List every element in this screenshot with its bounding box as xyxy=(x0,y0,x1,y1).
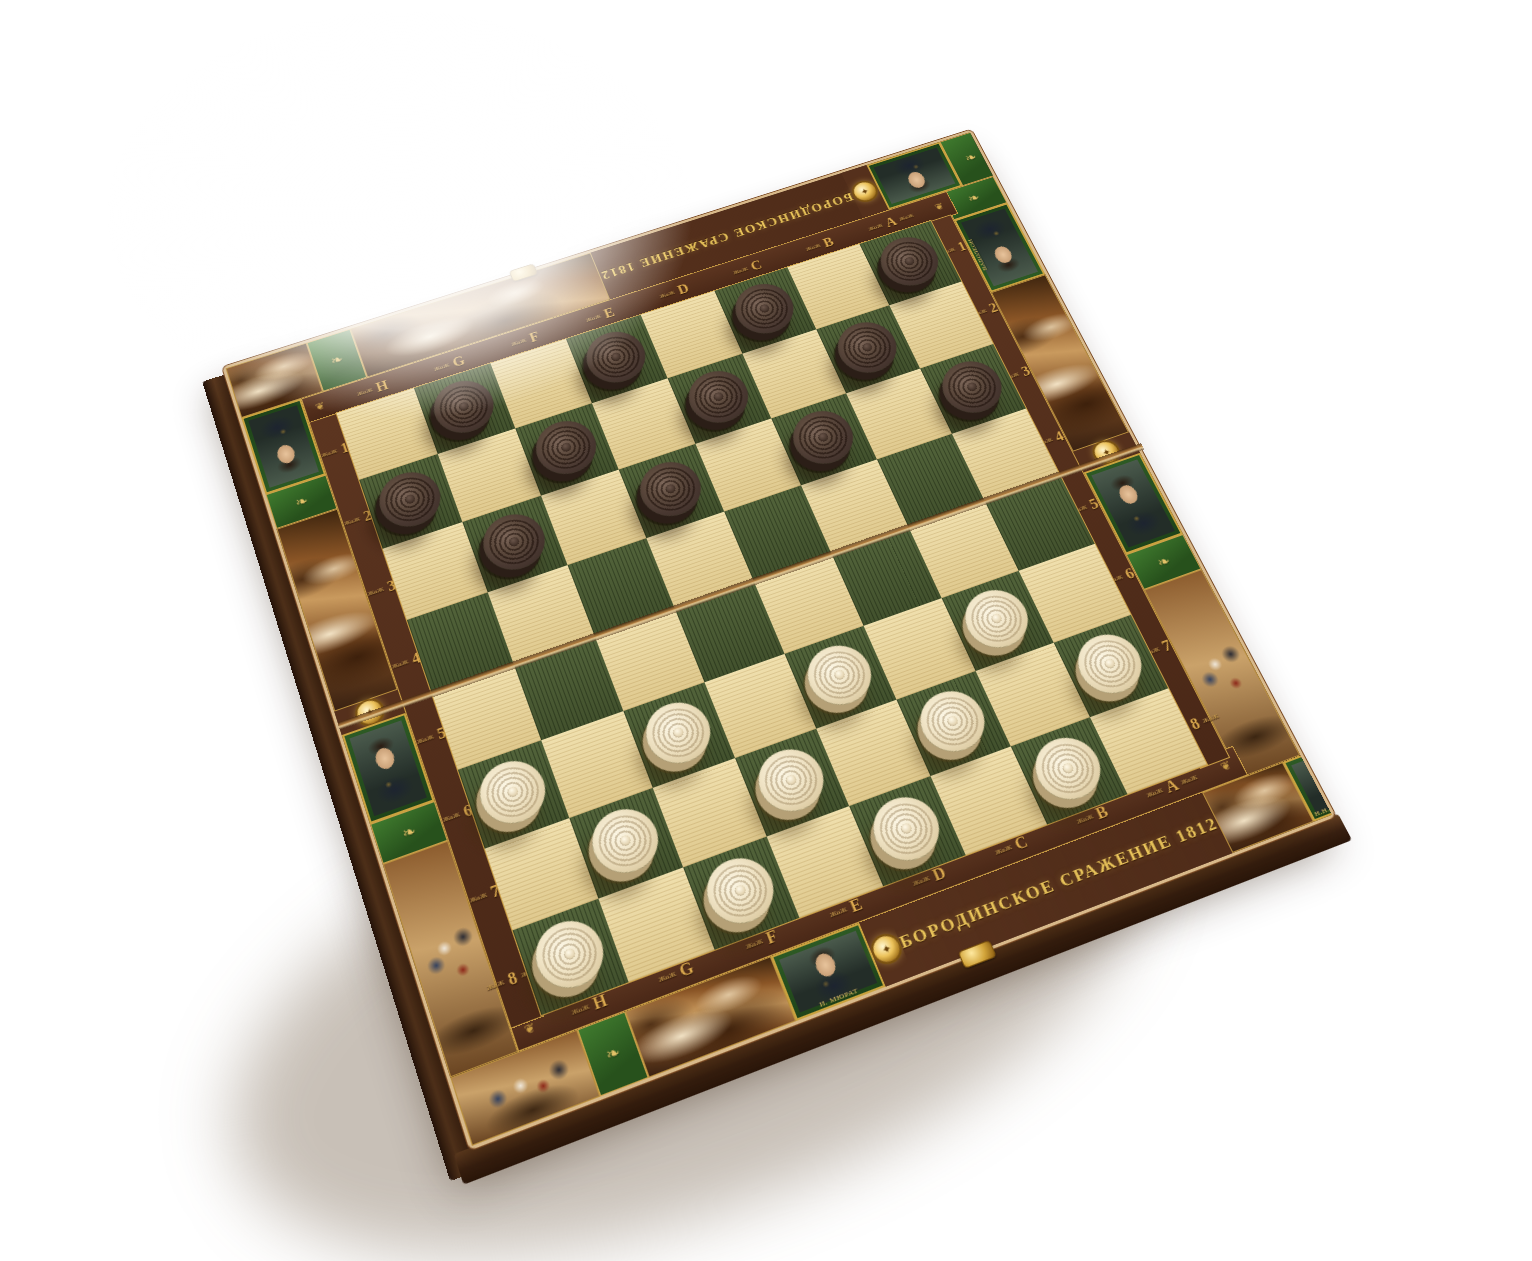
ornament-icon: ЖоЖ xyxy=(320,447,338,459)
ornament-icon: ЖоЖ xyxy=(1075,812,1095,826)
dark-piece-f2[interactable] xyxy=(528,414,604,482)
dark-piece-e3[interactable] xyxy=(632,454,710,524)
ornament-icon: ЖоЖ xyxy=(659,289,676,300)
ornament-icon: ЖоЖ xyxy=(744,937,764,951)
dark-piece-a3[interactable] xyxy=(933,354,1011,420)
white-piece-d8[interactable] xyxy=(863,788,949,869)
dark-piece-e1[interactable] xyxy=(579,325,654,390)
white-piece-c7[interactable] xyxy=(911,683,995,760)
ornament-icon: ЖоЖ xyxy=(510,337,527,348)
dark-piece-a1[interactable] xyxy=(872,230,947,292)
ornament-icon: ЖоЖ xyxy=(416,733,435,746)
ornament-icon: ЖоЖ xyxy=(1179,773,1199,786)
ornament-icon: ЖоЖ xyxy=(911,874,931,888)
ornament-icon: ЖоЖ xyxy=(366,585,385,597)
white-piece-h6[interactable] xyxy=(472,752,554,832)
dark-piece-d2[interactable] xyxy=(680,364,756,431)
white-piece-d6[interactable] xyxy=(798,637,881,713)
ornament-icon: ЖоЖ xyxy=(828,905,848,919)
ornament-icon: ЖоЖ xyxy=(732,265,749,276)
ornament-icon: ЖоЖ xyxy=(433,362,451,373)
ornament-icon: ЖоЖ xyxy=(657,969,677,984)
ornament-icon: ЖоЖ xyxy=(468,891,488,905)
ornament-icon: ЖоЖ xyxy=(570,1002,590,1017)
dark-piece-h2[interactable] xyxy=(372,465,448,535)
ornament-icon: ЖоЖ xyxy=(1145,786,1165,799)
white-piece-f8[interactable] xyxy=(697,849,783,932)
dark-piece-c1[interactable] xyxy=(727,277,802,341)
ornament-icon: ЖоЖ xyxy=(805,242,822,252)
white-piece-a7[interactable] xyxy=(1068,626,1152,701)
ornament-icon: ЖоЖ xyxy=(391,658,410,671)
dark-piece-c3[interactable] xyxy=(784,404,862,472)
product-photo-scene: ❧ БОРОДИНСКОЕ СРАЖЕНИЕ 1812 ❧ ❧ И. МЮРАТ… xyxy=(0,0,1532,1261)
white-piece-h8[interactable] xyxy=(527,912,613,998)
dark-piece-g3[interactable] xyxy=(475,506,553,577)
white-piece-b6[interactable] xyxy=(955,582,1038,656)
white-piece-e7[interactable] xyxy=(749,741,833,821)
ornament-icon: ЖоЖ xyxy=(442,810,462,824)
ornament-icon: ЖоЖ xyxy=(867,222,884,232)
dark-piece-b2[interactable] xyxy=(829,315,906,380)
white-piece-f6[interactable] xyxy=(637,694,719,772)
white-piece-b8[interactable] xyxy=(1025,729,1111,808)
dark-piece-g1[interactable] xyxy=(427,373,502,440)
ornament-icon: ЖоЖ xyxy=(994,843,1014,857)
white-piece-g7[interactable] xyxy=(583,800,667,882)
ornament-icon: ЖоЖ xyxy=(356,386,374,397)
ornament-icon: ЖоЖ xyxy=(898,212,915,222)
ornament-icon: ЖоЖ xyxy=(585,313,602,324)
ornament-icon: ЖоЖ xyxy=(343,515,361,527)
